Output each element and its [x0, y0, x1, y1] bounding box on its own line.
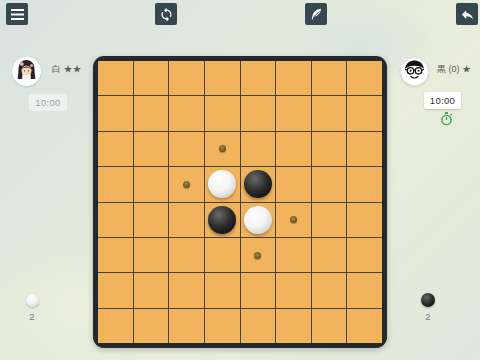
undo-arrow-icon: [460, 7, 475, 22]
board-cell-f6[interactable]: [276, 238, 311, 272]
board-cell-a5[interactable]: [98, 203, 133, 237]
board-cell-g7[interactable]: [312, 273, 347, 307]
board-cell-h8[interactable]: [347, 309, 382, 343]
board-grid: [98, 61, 382, 343]
black-disc-counter-icon: [421, 293, 435, 307]
board-cell-b7[interactable]: [134, 273, 169, 307]
board-cell-b5[interactable]: [134, 203, 169, 237]
board-cell-f3[interactable]: [276, 132, 311, 166]
white-disc: [208, 170, 236, 198]
board-cell-a7[interactable]: [98, 273, 133, 307]
board-cell-c7[interactable]: [169, 273, 204, 307]
board-cell-f7[interactable]: [276, 273, 311, 307]
board-cell-d7[interactable]: [205, 273, 240, 307]
board-cell-h5[interactable]: [347, 203, 382, 237]
black-player-label: 黒 (0) ★: [437, 63, 471, 75]
black-disc: [244, 170, 272, 198]
board-cell-h1[interactable]: [347, 61, 382, 95]
legal-move-hint[interactable]: [219, 145, 226, 152]
board-cell-b2[interactable]: [134, 96, 169, 130]
board-cell-a1[interactable]: [98, 61, 133, 95]
board-cell-a3[interactable]: [98, 132, 133, 166]
board-cell-g4[interactable]: [312, 167, 347, 201]
board-cell-c4[interactable]: [169, 167, 204, 201]
board-cell-f8[interactable]: [276, 309, 311, 343]
legal-move-hint[interactable]: [183, 181, 190, 188]
board-cell-g2[interactable]: [312, 96, 347, 130]
board-cell-g3[interactable]: [312, 132, 347, 166]
board-cell-h3[interactable]: [347, 132, 382, 166]
board-cell-f4[interactable]: [276, 167, 311, 201]
board-cell-e5[interactable]: [241, 203, 276, 237]
board-cell-e1[interactable]: [241, 61, 276, 95]
board-cell-b6[interactable]: [134, 238, 169, 272]
board-cell-b3[interactable]: [134, 132, 169, 166]
board-cell-e6[interactable]: [241, 238, 276, 272]
board-cell-h4[interactable]: [347, 167, 382, 201]
board-cell-c2[interactable]: [169, 96, 204, 130]
board-cell-f5[interactable]: [276, 203, 311, 237]
board-cell-b1[interactable]: [134, 61, 169, 95]
board-cell-d8[interactable]: [205, 309, 240, 343]
board-cell-a4[interactable]: [98, 167, 133, 201]
board-cell-c6[interactable]: [169, 238, 204, 272]
board-cell-c3[interactable]: [169, 132, 204, 166]
board-cell-d2[interactable]: [205, 96, 240, 130]
board-cell-e7[interactable]: [241, 273, 276, 307]
board-cell-e3[interactable]: [241, 132, 276, 166]
board-cell-d5[interactable]: [205, 203, 240, 237]
black-player-clock: 10:00: [424, 92, 461, 109]
board-cell-d1[interactable]: [205, 61, 240, 95]
board-cell-d6[interactable]: [205, 238, 240, 272]
white-disc-count: 2: [22, 311, 42, 322]
legal-move-hint[interactable]: [254, 252, 261, 259]
hamburger-icon: [11, 9, 24, 20]
black-disc-count: 2: [418, 311, 438, 322]
board-cell-e4[interactable]: [241, 167, 276, 201]
white-disc: [244, 206, 272, 234]
board-cell-c5[interactable]: [169, 203, 204, 237]
board-cell-g1[interactable]: [312, 61, 347, 95]
board-cell-f1[interactable]: [276, 61, 311, 95]
board: [93, 56, 387, 348]
boy-glasses-avatar-icon: [400, 57, 429, 86]
feather-quill-icon: [309, 7, 323, 21]
board-cell-g5[interactable]: [312, 203, 347, 237]
board-cell-c8[interactable]: [169, 309, 204, 343]
board-cell-a8[interactable]: [98, 309, 133, 343]
black-player-avatar[interactable]: [400, 57, 429, 86]
board-cell-e8[interactable]: [241, 309, 276, 343]
board-cell-d4[interactable]: [205, 167, 240, 201]
feather-button[interactable]: [305, 3, 327, 25]
board-cell-a2[interactable]: [98, 96, 133, 130]
board-cell-h2[interactable]: [347, 96, 382, 130]
board-cell-b8[interactable]: [134, 309, 169, 343]
girl-avatar-icon: [12, 57, 41, 86]
stopwatch-icon: [440, 112, 453, 130]
board-cell-d3[interactable]: [205, 132, 240, 166]
white-player-avatar[interactable]: [12, 57, 41, 86]
undo-button[interactable]: [456, 3, 478, 25]
board-cell-c1[interactable]: [169, 61, 204, 95]
board-cell-e2[interactable]: [241, 96, 276, 130]
white-player-clock: 10:00: [29, 94, 67, 111]
legal-move-hint[interactable]: [290, 216, 297, 223]
board-cell-a6[interactable]: [98, 238, 133, 272]
white-player-label: 白 ★★: [52, 63, 82, 75]
board-cell-h7[interactable]: [347, 273, 382, 307]
board-cell-h6[interactable]: [347, 238, 382, 272]
black-disc: [208, 206, 236, 234]
menu-button[interactable]: [6, 3, 28, 25]
board-cell-g8[interactable]: [312, 309, 347, 343]
board-cell-g6[interactable]: [312, 238, 347, 272]
white-disc-counter-icon: [26, 294, 39, 307]
sync-button[interactable]: [155, 3, 177, 25]
board-cell-b4[interactable]: [134, 167, 169, 201]
sync-arrows-icon: [159, 7, 174, 22]
board-cell-f2[interactable]: [276, 96, 311, 130]
